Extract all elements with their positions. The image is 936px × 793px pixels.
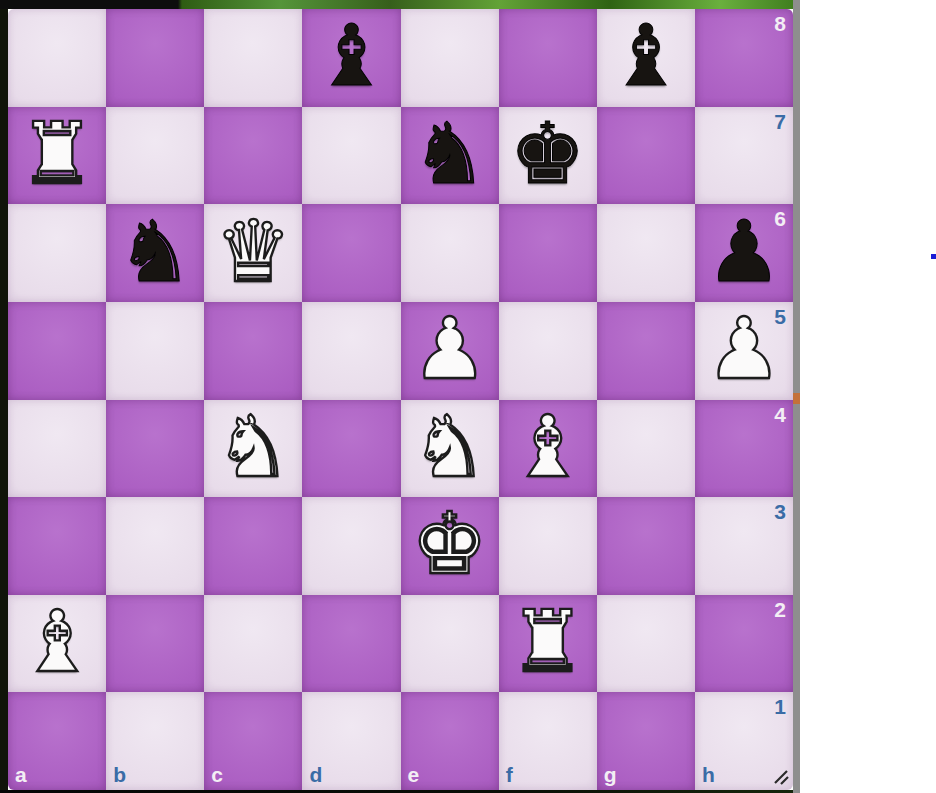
- white-pawn[interactable]: ♟: [411, 306, 487, 391]
- square-f6[interactable]: [499, 204, 597, 302]
- chess-board[interactable]: ♝♝8♜♞♚7♞♛♟6♟♟5♞♞♝4♚3♝♜2abcdefg1h: [8, 9, 793, 790]
- square-a8[interactable]: [8, 9, 106, 107]
- background-grass-strip: [0, 0, 800, 9]
- black-pawn[interactable]: ♟: [706, 209, 782, 294]
- rank-label-4: 4: [774, 403, 786, 427]
- square-h2[interactable]: 2: [695, 595, 793, 693]
- square-e8[interactable]: [401, 9, 499, 107]
- square-a7[interactable]: ♜: [8, 107, 106, 205]
- scrollbar-track[interactable]: [793, 0, 800, 793]
- square-b8[interactable]: [106, 9, 204, 107]
- square-f3[interactable]: [499, 497, 597, 595]
- square-f5[interactable]: [499, 302, 597, 400]
- square-d7[interactable]: [302, 107, 400, 205]
- rank-label-1: 1: [774, 695, 786, 719]
- white-knight[interactable]: ♞: [411, 404, 487, 489]
- square-b5[interactable]: [106, 302, 204, 400]
- square-e4[interactable]: ♞: [401, 400, 499, 498]
- square-g7[interactable]: [597, 107, 695, 205]
- square-d4[interactable]: [302, 400, 400, 498]
- square-e2[interactable]: [401, 595, 499, 693]
- square-a2[interactable]: ♝: [8, 595, 106, 693]
- rank-label-3: 3: [774, 500, 786, 524]
- square-c4[interactable]: ♞: [204, 400, 302, 498]
- file-label-f: f: [506, 763, 513, 787]
- square-h5[interactable]: ♟5: [695, 302, 793, 400]
- square-g1[interactable]: g: [597, 692, 695, 790]
- square-c8[interactable]: [204, 9, 302, 107]
- screen: ♝♝8♜♞♚7♞♛♟6♟♟5♞♞♝4♚3♝♜2abcdefg1h: [0, 0, 936, 793]
- square-f8[interactable]: [499, 9, 597, 107]
- square-f2[interactable]: ♜: [499, 595, 597, 693]
- square-b6[interactable]: ♞: [106, 204, 204, 302]
- square-f7[interactable]: ♚: [499, 107, 597, 205]
- square-b1[interactable]: b: [106, 692, 204, 790]
- square-c6[interactable]: ♛: [204, 204, 302, 302]
- square-c2[interactable]: [204, 595, 302, 693]
- background-left-edge: [0, 9, 8, 790]
- square-a3[interactable]: [8, 497, 106, 595]
- blue-dot: [931, 254, 936, 259]
- square-g8[interactable]: ♝: [597, 9, 695, 107]
- white-king[interactable]: ♚: [411, 501, 487, 586]
- square-d5[interactable]: [302, 302, 400, 400]
- square-b4[interactable]: [106, 400, 204, 498]
- square-h1[interactable]: 1h: [695, 692, 793, 790]
- square-d6[interactable]: [302, 204, 400, 302]
- square-c5[interactable]: [204, 302, 302, 400]
- square-d3[interactable]: [302, 497, 400, 595]
- white-pawn[interactable]: ♟: [706, 306, 782, 391]
- square-g5[interactable]: [597, 302, 695, 400]
- square-e7[interactable]: ♞: [401, 107, 499, 205]
- white-queen[interactable]: ♛: [215, 209, 291, 294]
- square-c7[interactable]: [204, 107, 302, 205]
- file-label-g: g: [604, 763, 617, 787]
- square-e5[interactable]: ♟: [401, 302, 499, 400]
- square-g3[interactable]: [597, 497, 695, 595]
- white-rook[interactable]: ♜: [510, 599, 586, 684]
- square-h4[interactable]: 4: [695, 400, 793, 498]
- rank-label-5: 5: [774, 305, 786, 329]
- file-label-e: e: [408, 763, 420, 787]
- black-knight[interactable]: ♞: [117, 209, 193, 294]
- black-knight[interactable]: ♞: [411, 111, 487, 196]
- file-label-h: h: [702, 763, 715, 787]
- square-f4[interactable]: ♝: [499, 400, 597, 498]
- file-label-b: b: [113, 763, 126, 787]
- rank-label-7: 7: [774, 110, 786, 134]
- square-a6[interactable]: [8, 204, 106, 302]
- square-c1[interactable]: c: [204, 692, 302, 790]
- square-e1[interactable]: e: [401, 692, 499, 790]
- rank-label-2: 2: [774, 598, 786, 622]
- black-bishop[interactable]: ♝: [313, 13, 389, 98]
- square-a5[interactable]: [8, 302, 106, 400]
- square-b2[interactable]: [106, 595, 204, 693]
- square-a1[interactable]: a: [8, 692, 106, 790]
- black-bishop[interactable]: ♝: [608, 13, 684, 98]
- square-d1[interactable]: d: [302, 692, 400, 790]
- square-b7[interactable]: [106, 107, 204, 205]
- square-a4[interactable]: [8, 400, 106, 498]
- resize-handle-icon[interactable]: [772, 768, 790, 786]
- white-bishop[interactable]: ♝: [510, 404, 586, 489]
- square-d2[interactable]: [302, 595, 400, 693]
- black-king[interactable]: ♚: [510, 111, 586, 196]
- square-g6[interactable]: [597, 204, 695, 302]
- square-c3[interactable]: [204, 497, 302, 595]
- square-e3[interactable]: ♚: [401, 497, 499, 595]
- square-h3[interactable]: 3: [695, 497, 793, 595]
- rank-label-6: 6: [774, 207, 786, 231]
- square-d8[interactable]: ♝: [302, 9, 400, 107]
- square-b3[interactable]: [106, 497, 204, 595]
- square-g4[interactable]: [597, 400, 695, 498]
- file-label-c: c: [211, 763, 223, 787]
- square-f1[interactable]: f: [499, 692, 597, 790]
- white-rook[interactable]: ♜: [19, 111, 95, 196]
- square-h8[interactable]: 8: [695, 9, 793, 107]
- square-g2[interactable]: [597, 595, 695, 693]
- white-bishop[interactable]: ♝: [19, 599, 95, 684]
- file-label-a: a: [15, 763, 27, 787]
- square-e6[interactable]: [401, 204, 499, 302]
- square-h7[interactable]: 7: [695, 107, 793, 205]
- square-h6[interactable]: ♟6: [695, 204, 793, 302]
- scrollbar-marker[interactable]: [793, 393, 800, 404]
- rank-label-8: 8: [774, 12, 786, 36]
- white-knight[interactable]: ♞: [215, 404, 291, 489]
- file-label-d: d: [309, 763, 322, 787]
